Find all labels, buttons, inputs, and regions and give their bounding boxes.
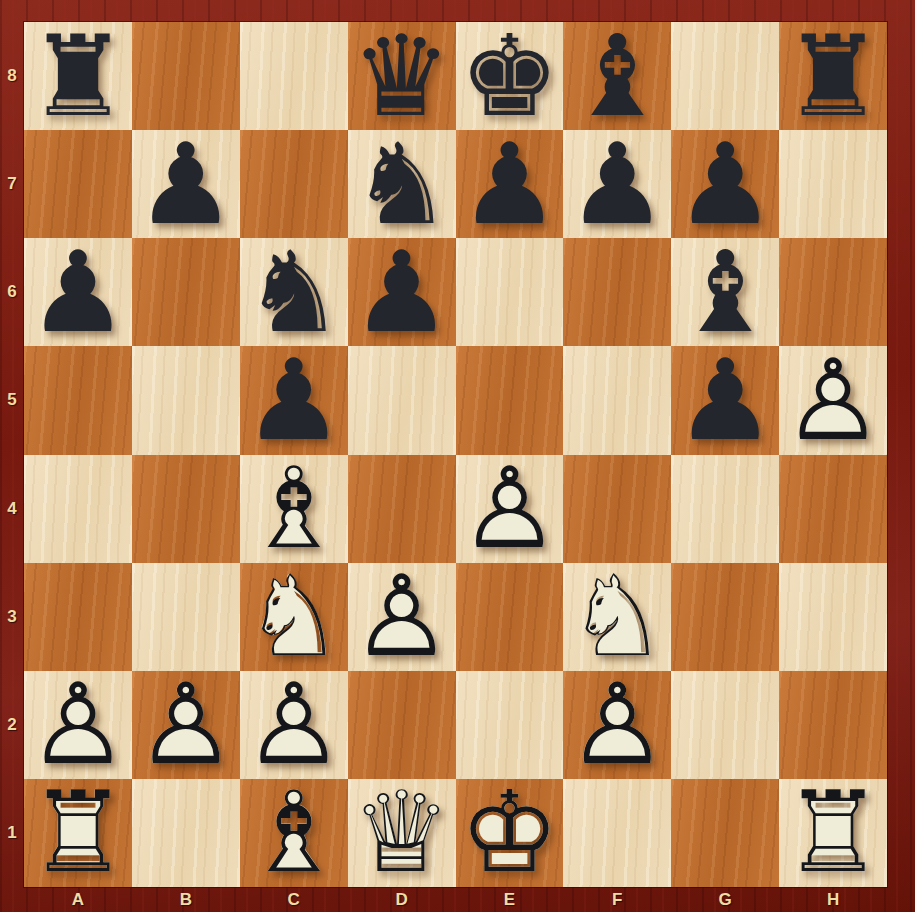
pawn-glyph: ♟ (28, 239, 128, 346)
square-d7[interactable]: ♞ (348, 130, 456, 238)
file-labels: ABCDEFGH (24, 887, 887, 912)
square-g4[interactable] (671, 455, 779, 563)
black-queen-d8[interactable]: ♛ (348, 22, 456, 130)
pawn-outline-glyph: ♙ (783, 347, 883, 454)
black-knight-d7[interactable]: ♞ (348, 130, 456, 238)
white-pawn-f2[interactable]: ♟♙ (563, 671, 671, 779)
square-b1[interactable] (132, 779, 240, 887)
black-pawn-g5[interactable]: ♟ (671, 346, 779, 454)
black-pawn-g7[interactable]: ♟ (671, 130, 779, 238)
bishop-outline-glyph: ♗ (243, 455, 343, 562)
black-pawn-a6[interactable]: ♟ (24, 238, 132, 346)
white-pawn-e4[interactable]: ♟♙ (456, 455, 564, 563)
pawn-glyph: ♟ (567, 131, 667, 238)
square-c5[interactable]: ♟ (240, 346, 348, 454)
white-pawn-d3[interactable]: ♟♙ (348, 563, 456, 671)
square-e1[interactable]: ♚♔ (456, 779, 564, 887)
file-label-b: B (132, 887, 240, 912)
white-knight-c3[interactable]: ♞♘ (240, 563, 348, 671)
rook-outline-glyph: ♖ (28, 779, 128, 886)
white-knight-f3[interactable]: ♞♘ (563, 563, 671, 671)
white-bishop-c4[interactable]: ♝♗ (240, 455, 348, 563)
queen-glyph: ♛ (351, 23, 451, 130)
square-f8[interactable]: ♝ (563, 22, 671, 130)
square-e4[interactable]: ♟♙ (456, 455, 564, 563)
square-a1[interactable]: ♜♖ (24, 779, 132, 887)
square-d1[interactable]: ♛♕ (348, 779, 456, 887)
square-c1[interactable]: ♝♗ (240, 779, 348, 887)
square-c8[interactable] (240, 22, 348, 130)
rook-glyph: ♜ (28, 23, 128, 130)
square-e2[interactable] (456, 671, 564, 779)
black-king-e8[interactable]: ♚ (456, 22, 564, 130)
square-e7[interactable]: ♟ (456, 130, 564, 238)
chess-board-frame: 87654321 ABCDEFGH ♜♛♚♝♜♟♞♟♟♟♟♞♟♝♟♟♟♙♝♗♟♙… (0, 0, 915, 912)
square-e3[interactable] (456, 563, 564, 671)
board-grid: ♜♛♚♝♜♟♞♟♟♟♟♞♟♝♟♟♟♙♝♗♟♙♞♘♟♙♞♘♟♙♟♙♟♙♟♙♜♖♝♗… (24, 22, 887, 887)
king-outline-glyph: ♔ (459, 779, 559, 886)
square-g7[interactable]: ♟ (671, 130, 779, 238)
square-d5[interactable] (348, 346, 456, 454)
rank-label-7: 7 (0, 130, 24, 238)
square-f6[interactable] (563, 238, 671, 346)
square-h6[interactable] (779, 238, 887, 346)
square-c4[interactable]: ♝♗ (240, 455, 348, 563)
file-label-f: F (563, 887, 671, 912)
square-b4[interactable] (132, 455, 240, 563)
square-e6[interactable] (456, 238, 564, 346)
pawn-outline-glyph: ♙ (136, 671, 236, 778)
square-a4[interactable] (24, 455, 132, 563)
pawn-glyph: ♟ (351, 239, 451, 346)
square-h1[interactable]: ♜♖ (779, 779, 887, 887)
square-c6[interactable]: ♞ (240, 238, 348, 346)
square-g5[interactable]: ♟ (671, 346, 779, 454)
square-h3[interactable] (779, 563, 887, 671)
rank-label-2: 2 (0, 671, 24, 779)
knight-outline-glyph: ♘ (243, 563, 343, 670)
square-a8[interactable]: ♜ (24, 22, 132, 130)
white-queen-d1[interactable]: ♛♕ (348, 779, 456, 887)
rank-label-5: 5 (0, 346, 24, 454)
black-pawn-b7[interactable]: ♟ (132, 130, 240, 238)
pawn-glyph: ♟ (136, 131, 236, 238)
knight-glyph: ♞ (351, 131, 451, 238)
square-e8[interactable]: ♚ (456, 22, 564, 130)
square-f5[interactable] (563, 346, 671, 454)
square-e5[interactable] (456, 346, 564, 454)
square-g2[interactable] (671, 671, 779, 779)
black-rook-h8[interactable]: ♜ (779, 22, 887, 130)
pawn-outline-glyph: ♙ (567, 671, 667, 778)
pawn-glyph: ♟ (675, 347, 775, 454)
white-rook-h1[interactable]: ♜♖ (779, 779, 887, 887)
square-a6[interactable]: ♟ (24, 238, 132, 346)
square-f2[interactable]: ♟♙ (563, 671, 671, 779)
pawn-outline-glyph: ♙ (28, 671, 128, 778)
square-h5[interactable]: ♟♙ (779, 346, 887, 454)
square-f7[interactable]: ♟ (563, 130, 671, 238)
rank-label-4: 4 (0, 455, 24, 563)
square-d6[interactable]: ♟ (348, 238, 456, 346)
square-a2[interactable]: ♟♙ (24, 671, 132, 779)
rank-label-3: 3 (0, 563, 24, 671)
square-f1[interactable] (563, 779, 671, 887)
knight-outline-glyph: ♘ (567, 563, 667, 670)
bishop-glyph: ♝ (567, 23, 667, 130)
square-c2[interactable]: ♟♙ (240, 671, 348, 779)
square-b5[interactable] (132, 346, 240, 454)
square-a5[interactable] (24, 346, 132, 454)
white-bishop-c1[interactable]: ♝♗ (240, 779, 348, 887)
king-glyph: ♚ (459, 23, 559, 130)
pawn-glyph: ♟ (675, 131, 775, 238)
black-pawn-f7[interactable]: ♟ (563, 130, 671, 238)
pawn-glyph: ♟ (243, 347, 343, 454)
square-f3[interactable]: ♞♘ (563, 563, 671, 671)
queen-outline-glyph: ♕ (351, 779, 451, 886)
rank-label-8: 8 (0, 22, 24, 130)
black-rook-a8[interactable]: ♜ (24, 22, 132, 130)
black-pawn-c5[interactable]: ♟ (240, 346, 348, 454)
square-g8[interactable] (671, 22, 779, 130)
square-d2[interactable] (348, 671, 456, 779)
square-b6[interactable] (132, 238, 240, 346)
file-label-g: G (671, 887, 779, 912)
pawn-glyph: ♟ (459, 131, 559, 238)
square-d3[interactable]: ♟♙ (348, 563, 456, 671)
white-pawn-a2[interactable]: ♟♙ (24, 671, 132, 779)
white-pawn-b2[interactable]: ♟♙ (132, 671, 240, 779)
rank-label-6: 6 (0, 238, 24, 346)
square-a3[interactable] (24, 563, 132, 671)
square-g1[interactable] (671, 779, 779, 887)
black-pawn-d6[interactable]: ♟ (348, 238, 456, 346)
square-d8[interactable]: ♛ (348, 22, 456, 130)
black-knight-c6[interactable]: ♞ (240, 238, 348, 346)
square-g3[interactable] (671, 563, 779, 671)
square-g6[interactable]: ♝ (671, 238, 779, 346)
rook-outline-glyph: ♖ (783, 779, 883, 886)
bishop-outline-glyph: ♗ (243, 779, 343, 886)
black-bishop-f8[interactable]: ♝ (563, 22, 671, 130)
pawn-outline-glyph: ♙ (459, 455, 559, 562)
square-h2[interactable] (779, 671, 887, 779)
square-d4[interactable] (348, 455, 456, 563)
rank-labels: 87654321 (0, 22, 24, 887)
knight-glyph: ♞ (243, 239, 343, 346)
square-b3[interactable] (132, 563, 240, 671)
white-pawn-c2[interactable]: ♟♙ (240, 671, 348, 779)
bishop-glyph: ♝ (675, 239, 775, 346)
square-c3[interactable]: ♞♘ (240, 563, 348, 671)
square-f4[interactable] (563, 455, 671, 563)
black-bishop-g6[interactable]: ♝ (671, 238, 779, 346)
square-b7[interactable]: ♟ (132, 130, 240, 238)
white-rook-a1[interactable]: ♜♖ (24, 779, 132, 887)
square-h7[interactable] (779, 130, 887, 238)
square-c7[interactable] (240, 130, 348, 238)
pawn-outline-glyph: ♙ (351, 563, 451, 670)
square-b8[interactable] (132, 22, 240, 130)
rank-label-1: 1 (0, 779, 24, 887)
square-h8[interactable]: ♜ (779, 22, 887, 130)
pawn-outline-glyph: ♙ (243, 671, 343, 778)
square-a7[interactable] (24, 130, 132, 238)
rook-glyph: ♜ (783, 23, 883, 130)
white-pawn-h5[interactable]: ♟♙ (779, 346, 887, 454)
square-h4[interactable] (779, 455, 887, 563)
white-king-e1[interactable]: ♚♔ (456, 779, 564, 887)
black-pawn-e7[interactable]: ♟ (456, 130, 564, 238)
square-b2[interactable]: ♟♙ (132, 671, 240, 779)
